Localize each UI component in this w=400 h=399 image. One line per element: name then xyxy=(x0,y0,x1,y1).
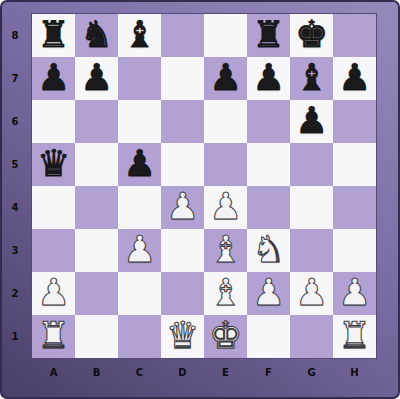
square-d1[interactable]: ♛ xyxy=(161,315,204,358)
square-h7[interactable]: ♟ xyxy=(333,57,376,100)
square-c2[interactable] xyxy=(118,272,161,315)
black-rook-piece: ♜ xyxy=(37,13,70,56)
white-pawn-piece: ♟ xyxy=(123,228,156,271)
file-label-c: C xyxy=(118,362,161,382)
square-e4[interactable]: ♟ xyxy=(204,186,247,229)
square-b2[interactable] xyxy=(75,272,118,315)
square-h4[interactable] xyxy=(333,186,376,229)
square-g4[interactable] xyxy=(290,186,333,229)
square-d5[interactable] xyxy=(161,143,204,186)
white-bishop-piece: ♝ xyxy=(209,271,242,314)
white-king-piece: ♚ xyxy=(209,314,242,357)
square-a8[interactable]: ♜ xyxy=(32,14,75,57)
rank-label-6: 6 xyxy=(0,100,30,143)
square-b4[interactable] xyxy=(75,186,118,229)
rank-label-7: 7 xyxy=(0,57,30,100)
square-d6[interactable] xyxy=(161,100,204,143)
black-knight-piece: ♞ xyxy=(80,13,113,56)
black-pawn-piece: ♟ xyxy=(252,56,285,99)
square-d8[interactable] xyxy=(161,14,204,57)
chess-board: ♜♞♝♜♚♟♟♟♟♝♟♟♛♟♟♟♟♝♞♟♝♟♟♟♜♛♚♜ xyxy=(31,13,377,359)
black-king-piece: ♚ xyxy=(295,13,328,56)
square-c8[interactable]: ♝ xyxy=(118,14,161,57)
square-a5[interactable]: ♛ xyxy=(32,143,75,186)
file-label-a: A xyxy=(32,362,75,382)
black-pawn-piece: ♟ xyxy=(80,56,113,99)
square-e1[interactable]: ♚ xyxy=(204,315,247,358)
white-queen-piece: ♛ xyxy=(166,314,199,357)
square-f3[interactable]: ♞ xyxy=(247,229,290,272)
square-e2[interactable]: ♝ xyxy=(204,272,247,315)
black-pawn-piece: ♟ xyxy=(338,56,371,99)
black-pawn-piece: ♟ xyxy=(209,56,242,99)
square-e5[interactable] xyxy=(204,143,247,186)
white-pawn-piece: ♟ xyxy=(338,271,371,314)
file-label-b: B xyxy=(75,362,118,382)
file-label-f: F xyxy=(247,362,290,382)
square-g1[interactable] xyxy=(290,315,333,358)
white-bishop-piece: ♝ xyxy=(209,228,242,271)
file-label-g: G xyxy=(290,362,333,382)
square-g2[interactable]: ♟ xyxy=(290,272,333,315)
black-pawn-piece: ♟ xyxy=(37,56,70,99)
square-g5[interactable] xyxy=(290,143,333,186)
square-e8[interactable] xyxy=(204,14,247,57)
square-h2[interactable]: ♟ xyxy=(333,272,376,315)
white-pawn-piece: ♟ xyxy=(252,271,285,314)
square-a7[interactable]: ♟ xyxy=(32,57,75,100)
square-d7[interactable] xyxy=(161,57,204,100)
square-d2[interactable] xyxy=(161,272,204,315)
square-b8[interactable]: ♞ xyxy=(75,14,118,57)
square-h3[interactable] xyxy=(333,229,376,272)
rank-label-1: 1 xyxy=(0,315,30,358)
file-label-h: H xyxy=(333,362,376,382)
black-pawn-piece: ♟ xyxy=(295,99,328,142)
square-b7[interactable]: ♟ xyxy=(75,57,118,100)
rank-label-4: 4 xyxy=(0,186,30,229)
square-c6[interactable] xyxy=(118,100,161,143)
square-h1[interactable]: ♜ xyxy=(333,315,376,358)
black-bishop-piece: ♝ xyxy=(295,56,328,99)
white-pawn-piece: ♟ xyxy=(209,185,242,228)
square-a4[interactable] xyxy=(32,186,75,229)
square-a2[interactable]: ♟ xyxy=(32,272,75,315)
square-a1[interactable]: ♜ xyxy=(32,315,75,358)
square-g6[interactable]: ♟ xyxy=(290,100,333,143)
square-g3[interactable] xyxy=(290,229,333,272)
black-queen-piece: ♛ xyxy=(37,142,70,185)
square-a3[interactable] xyxy=(32,229,75,272)
square-c5[interactable]: ♟ xyxy=(118,143,161,186)
square-e3[interactable]: ♝ xyxy=(204,229,247,272)
square-g7[interactable]: ♝ xyxy=(290,57,333,100)
black-pawn-piece: ♟ xyxy=(123,142,156,185)
file-label-d: D xyxy=(161,362,204,382)
square-b6[interactable] xyxy=(75,100,118,143)
rank-label-2: 2 xyxy=(0,272,30,315)
square-a6[interactable] xyxy=(32,100,75,143)
white-pawn-piece: ♟ xyxy=(37,271,70,314)
square-f1[interactable] xyxy=(247,315,290,358)
square-d4[interactable]: ♟ xyxy=(161,186,204,229)
square-b1[interactable] xyxy=(75,315,118,358)
square-c4[interactable] xyxy=(118,186,161,229)
square-g8[interactable]: ♚ xyxy=(290,14,333,57)
square-h5[interactable] xyxy=(333,143,376,186)
square-c7[interactable] xyxy=(118,57,161,100)
file-label-e: E xyxy=(204,362,247,382)
file-labels: ABCDEFGH xyxy=(32,362,376,382)
square-f7[interactable]: ♟ xyxy=(247,57,290,100)
square-f8[interactable]: ♜ xyxy=(247,14,290,57)
square-e6[interactable] xyxy=(204,100,247,143)
square-e7[interactable]: ♟ xyxy=(204,57,247,100)
white-knight-piece: ♞ xyxy=(252,228,285,271)
square-b5[interactable] xyxy=(75,143,118,186)
white-rook-piece: ♜ xyxy=(37,314,70,357)
square-f5[interactable] xyxy=(247,143,290,186)
white-pawn-piece: ♟ xyxy=(295,271,328,314)
white-rook-piece: ♜ xyxy=(338,314,371,357)
rank-label-8: 8 xyxy=(0,14,30,57)
rank-label-5: 5 xyxy=(0,143,30,186)
black-bishop-piece: ♝ xyxy=(123,13,156,56)
rank-label-3: 3 xyxy=(0,229,30,272)
square-h6[interactable] xyxy=(333,100,376,143)
square-c3[interactable]: ♟ xyxy=(118,229,161,272)
square-c1[interactable] xyxy=(118,315,161,358)
square-b3[interactable] xyxy=(75,229,118,272)
square-h8[interactable] xyxy=(333,14,376,57)
white-pawn-piece: ♟ xyxy=(166,185,199,228)
square-d3[interactable] xyxy=(161,229,204,272)
square-f2[interactable]: ♟ xyxy=(247,272,290,315)
rank-labels: 87654321 xyxy=(0,14,30,358)
square-f6[interactable] xyxy=(247,100,290,143)
black-rook-piece: ♜ xyxy=(252,13,285,56)
square-f4[interactable] xyxy=(247,186,290,229)
